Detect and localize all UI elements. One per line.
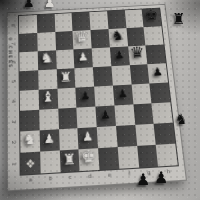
- square-e5[interactable]: [93, 66, 113, 86]
- square-f3[interactable]: [114, 104, 135, 126]
- board-emblem-icon: ❖: [25, 157, 36, 171]
- square-d6[interactable]: ♟: [74, 48, 93, 68]
- rank-label-1: 1: [3, 158, 25, 170]
- file-label-b: b: [40, 174, 60, 186]
- piece-black-knight-f7[interactable]: ♞: [111, 29, 125, 43]
- square-h6[interactable]: [146, 44, 166, 64]
- square-h4[interactable]: [150, 82, 171, 103]
- file-label-a: a: [21, 176, 41, 188]
- piece-black-pawn-e3[interactable]: ♟: [100, 108, 112, 120]
- square-d7[interactable]: ♛: [73, 30, 92, 49]
- board-perspective-wrap: ® CHESS 87654321 ♚♛♞♞♟♟♛♜♟♝♟♟♟♞♟♟❖♜♚ abc…: [7, 4, 187, 192]
- rank-label-3: 3: [3, 116, 24, 127]
- captured-black-pawn-5[interactable]: ♟: [154, 170, 168, 186]
- piece-black-pawn-h5[interactable]: ♟: [152, 66, 164, 78]
- square-c5[interactable]: ♜: [56, 68, 75, 88]
- piece-white-king-d1[interactable]: ♚: [80, 148, 97, 166]
- piece-black-pawn-d4[interactable]: ♟: [80, 89, 91, 101]
- square-g6[interactable]: ♛: [128, 45, 148, 65]
- rank-label-5: 5: [3, 76, 24, 86]
- square-f8[interactable]: [107, 10, 126, 29]
- square-b7[interactable]: [37, 32, 56, 51]
- piece-white-knight-a2[interactable]: ♞: [23, 131, 37, 147]
- file-label-d: d: [80, 172, 100, 184]
- rank-label-6: 6: [3, 57, 24, 67]
- square-c8[interactable]: [54, 13, 72, 32]
- square-f2[interactable]: [116, 125, 137, 147]
- chess-photo-scene: ® CHESS 87654321 ♚♛♞♞♟♟♛♜♟♝♟♟♟♞♟♟❖♜♚ abc…: [0, 0, 200, 200]
- piece-white-rook-c5[interactable]: ♜: [59, 70, 72, 84]
- rank-labels: 87654321: [9, 16, 20, 175]
- captured-black-knight-3[interactable]: ♞: [175, 112, 188, 126]
- board-grid: ♚♛♞♞♟♟♛♜♟♝♟♟♟♞♟♟❖♜♚: [19, 8, 178, 174]
- square-h1[interactable]: [156, 144, 178, 167]
- piece-black-pawn-f4[interactable]: ♟: [117, 87, 129, 99]
- square-d3[interactable]: [77, 107, 97, 129]
- piece-black-queen-g6[interactable]: ♛: [129, 45, 145, 61]
- file-label-e: e: [100, 171, 120, 183]
- piece-white-pawn-b2[interactable]: ♟: [44, 132, 55, 145]
- piece-white-pawn-d6[interactable]: ♟: [78, 51, 89, 62]
- square-f4[interactable]: ♟: [113, 85, 133, 106]
- square-d5[interactable]: [75, 67, 95, 87]
- square-h3[interactable]: [152, 102, 173, 123]
- square-g2[interactable]: [135, 124, 156, 146]
- square-e1[interactable]: [98, 147, 119, 170]
- square-e2[interactable]: [97, 126, 118, 148]
- square-g3[interactable]: [133, 103, 154, 125]
- square-d4[interactable]: ♟: [76, 87, 96, 108]
- piece-white-rook-c1[interactable]: ♜: [63, 151, 77, 166]
- square-f5[interactable]: [111, 65, 131, 85]
- captured-black-pawn-4[interactable]: ♟: [136, 172, 150, 188]
- square-e7[interactable]: [90, 29, 109, 48]
- square-b6[interactable]: ♞: [37, 50, 56, 70]
- piece-white-bishop-b4[interactable]: ♝: [41, 89, 55, 104]
- square-c4[interactable]: [57, 88, 77, 109]
- square-e4[interactable]: [94, 86, 114, 107]
- captured-black-pawn-1[interactable]: ♟: [23, 0, 35, 9]
- captured-white-pawn-0[interactable]: ♟: [44, 0, 56, 9]
- square-g1[interactable]: [137, 145, 159, 168]
- piece-white-queen-d7[interactable]: ♛: [74, 30, 89, 46]
- square-b4[interactable]: ♝: [38, 89, 57, 110]
- square-b1[interactable]: [40, 150, 60, 173]
- rank-label-4: 4: [3, 96, 24, 107]
- square-h7[interactable]: [144, 26, 164, 45]
- square-f1[interactable]: [117, 146, 138, 169]
- square-c1[interactable]: ♜: [59, 149, 80, 172]
- captured-black-rook-2[interactable]: ♜: [172, 12, 185, 27]
- square-b2[interactable]: ♟: [39, 129, 59, 151]
- square-b8[interactable]: [37, 14, 55, 33]
- square-h5[interactable]: ♟: [148, 63, 168, 83]
- square-c6[interactable]: [56, 49, 75, 69]
- square-f6[interactable]: ♟: [110, 46, 130, 66]
- square-c7[interactable]: [55, 31, 74, 50]
- rank-label-2: 2: [3, 137, 25, 148]
- file-label-c: c: [60, 173, 80, 185]
- rank-label-7: 7: [3, 38, 23, 48]
- piece-black-king-h8[interactable]: ♚: [143, 8, 159, 23]
- rank-label-8: 8: [3, 20, 23, 30]
- chess-board: ® CHESS 87654321 ♚♛♞♞♟♟♛♜♟♝♟♟♟♞♟♟❖♜♚ abc…: [7, 4, 187, 192]
- square-g4[interactable]: [131, 83, 152, 104]
- piece-white-pawn-d2[interactable]: ♟: [82, 130, 94, 143]
- square-c2[interactable]: [59, 128, 79, 150]
- piece-white-knight-b6[interactable]: ♞: [40, 51, 53, 65]
- square-g5[interactable]: [129, 64, 149, 84]
- square-b3[interactable]: [39, 109, 59, 131]
- square-f7[interactable]: ♞: [108, 28, 127, 47]
- square-c3[interactable]: [58, 108, 78, 130]
- square-e6[interactable]: [92, 47, 111, 67]
- square-h2[interactable]: [154, 123, 175, 145]
- square-e8[interactable]: [89, 11, 108, 30]
- square-d1[interactable]: ♚: [79, 148, 100, 171]
- piece-black-pawn-f6[interactable]: ♟: [114, 49, 125, 60]
- square-h8[interactable]: ♚: [142, 8, 162, 27]
- square-g8[interactable]: [124, 9, 143, 28]
- square-a2[interactable]: ♞: [20, 130, 40, 152]
- square-b5[interactable]: [38, 69, 57, 89]
- square-e3[interactable]: ♟: [95, 105, 115, 127]
